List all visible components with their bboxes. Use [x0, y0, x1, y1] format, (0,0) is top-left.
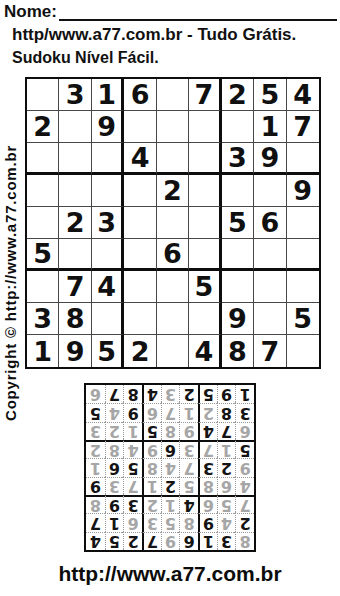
answer-cell-r4c8: 3 [105, 477, 124, 495]
answer-cell-r7c2: 7 [217, 422, 236, 440]
puzzle-cell-r4c2[interactable] [59, 175, 91, 207]
answer-cell-r2c6: 3 [142, 513, 161, 531]
answer-cell-r6c9: 2 [86, 440, 105, 458]
sudoku-puzzle-grid: 316725429174392923565674538951952487 [25, 77, 321, 369]
answer-cell-r7c8: 2 [105, 422, 124, 440]
puzzle-cell-r6c1: 5 [27, 239, 59, 271]
puzzle-cell-r5c9[interactable] [287, 207, 319, 239]
puzzle-cell-r9c2: 9 [59, 335, 91, 367]
answer-cell-r7c1: 6 [235, 422, 254, 440]
answer-cell-r2c2: 4 [217, 513, 236, 531]
puzzle-cell-r4c3[interactable] [92, 175, 124, 207]
answer-cell-r9c1: 1 [235, 385, 254, 403]
name-label: Nome: [4, 2, 57, 22]
puzzle-cell-r8c4[interactable] [124, 303, 156, 335]
puzzle-cell-r4c8[interactable] [254, 175, 286, 207]
answer-cell-r1c9: 4 [86, 532, 105, 550]
puzzle-cell-r2c4[interactable] [124, 111, 156, 143]
answer-cell-r5c5: 4 [161, 458, 180, 476]
answer-cell-r4c6: 1 [142, 477, 161, 495]
puzzle-cell-r3c1[interactable] [27, 143, 59, 175]
answer-cell-r9c3: 5 [198, 385, 217, 403]
puzzle-cell-r8c3[interactable] [92, 303, 124, 335]
puzzle-cell-r9c8: 7 [254, 335, 286, 367]
puzzle-cell-r5c7: 5 [222, 207, 254, 239]
puzzle-cell-r1c9: 4 [287, 79, 319, 111]
answer-cell-r4c4: 5 [179, 477, 198, 495]
answer-cell-r1c3: 1 [198, 532, 217, 550]
puzzle-cell-r3c4: 4 [124, 143, 156, 175]
puzzle-cell-r9c4: 2 [124, 335, 156, 367]
answer-cell-r8c6: 6 [142, 403, 161, 421]
puzzle-cell-r6c6[interactable] [189, 239, 221, 271]
answer-cell-r9c5: 3 [161, 385, 180, 403]
puzzle-cell-r8c7: 9 [222, 303, 254, 335]
answer-cell-r4c9: 9 [86, 477, 105, 495]
puzzle-cell-r5c2: 2 [59, 207, 91, 239]
answer-cell-r1c6: 7 [142, 532, 161, 550]
answer-cell-r1c7: 2 [123, 532, 142, 550]
name-field-row: Nome: [4, 2, 337, 22]
answer-cell-r5c4: 7 [179, 458, 198, 476]
puzzle-cell-r9c5[interactable] [157, 335, 189, 367]
answer-cell-r8c2: 8 [217, 403, 236, 421]
answer-cell-r1c1: 8 [235, 532, 254, 550]
puzzle-cell-r1c4: 6 [124, 79, 156, 111]
answer-cell-r6c8: 8 [105, 440, 124, 458]
answer-cell-r3c1: 7 [235, 495, 254, 513]
answer-cell-r9c2: 9 [217, 385, 236, 403]
answer-cell-r3c9: 8 [86, 495, 105, 513]
answer-cell-r7c6: 5 [142, 422, 161, 440]
answer-cell-r3c6: 2 [142, 495, 161, 513]
answer-cell-r9c4: 2 [179, 385, 198, 403]
answer-cell-r2c5: 5 [161, 513, 180, 531]
puzzle-cell-r3c7: 3 [222, 143, 254, 175]
answer-cell-r4c5: 2 [161, 477, 180, 495]
puzzle-cell-r2c8: 1 [254, 111, 286, 143]
answer-cell-r6c3: 7 [198, 440, 217, 458]
answer-cell-r4c7: 7 [123, 477, 142, 495]
answer-cell-r3c8: 9 [105, 495, 124, 513]
puzzle-cell-r5c1[interactable] [27, 207, 59, 239]
puzzle-cell-r5c3: 3 [92, 207, 124, 239]
answer-cell-r2c9: 7 [86, 513, 105, 531]
puzzle-cell-r6c3[interactable] [92, 239, 124, 271]
puzzle-cell-r9c9[interactable] [287, 335, 319, 367]
answer-cell-r7c4: 9 [179, 422, 198, 440]
puzzle-cell-r7c9[interactable] [287, 271, 319, 303]
answer-cell-r1c2: 3 [217, 532, 236, 550]
puzzle-cell-r8c2: 8 [59, 303, 91, 335]
puzzle-cell-r2c2[interactable] [59, 111, 91, 143]
puzzle-cell-r6c4[interactable] [124, 239, 156, 271]
puzzle-cell-r3c9[interactable] [287, 143, 319, 175]
puzzle-cell-r1c6: 7 [189, 79, 221, 111]
answer-cell-r3c2: 5 [217, 495, 236, 513]
puzzle-cell-r1c1[interactable] [27, 79, 59, 111]
puzzle-cell-r6c5: 6 [157, 239, 189, 271]
puzzle-cell-r3c6[interactable] [189, 143, 221, 175]
answer-cell-r3c7: 3 [123, 495, 142, 513]
answer-cell-r1c8: 5 [105, 532, 124, 550]
puzzle-cell-r1c3: 1 [92, 79, 124, 111]
puzzle-cell-r2c1: 2 [27, 111, 59, 143]
sudoku-answer-key-grid-rotated: 8316972542498536177564123984685217399237… [84, 383, 256, 552]
puzzle-cell-r7c1[interactable] [27, 271, 59, 303]
answer-cell-r6c1: 5 [235, 440, 254, 458]
puzzle-cell-r2c9: 7 [287, 111, 319, 143]
footer-url: http://www.a77.com.br [0, 562, 340, 586]
puzzle-cell-r9c3: 5 [92, 335, 124, 367]
answer-cell-r5c7: 5 [123, 458, 142, 476]
puzzle-cell-r1c8: 5 [254, 79, 286, 111]
answer-cell-r6c2: 1 [217, 440, 236, 458]
answer-cell-r9c9: 6 [86, 385, 105, 403]
answer-cell-r5c1: 9 [235, 458, 254, 476]
puzzle-cell-r6c9[interactable] [287, 239, 319, 271]
puzzle-cell-r8c9: 5 [287, 303, 319, 335]
puzzle-cell-r7c2: 7 [59, 271, 91, 303]
answer-cell-r3c3: 6 [198, 495, 217, 513]
name-blank-line[interactable] [59, 19, 337, 21]
puzzle-cell-r2c6[interactable] [189, 111, 221, 143]
puzzle-cell-r2c5[interactable] [157, 111, 189, 143]
puzzle-cell-r4c1[interactable] [27, 175, 59, 207]
puzzle-cell-r7c5[interactable] [157, 271, 189, 303]
puzzle-cell-r4c9: 9 [287, 175, 319, 207]
puzzle-cell-r7c6: 5 [189, 271, 221, 303]
answer-cell-r5c2: 2 [217, 458, 236, 476]
site-header-text: http/www.a77.com.br - Tudo Grátis. [12, 25, 296, 45]
puzzle-cell-r9c1: 1 [27, 335, 59, 367]
answer-cell-r8c4: 1 [179, 403, 198, 421]
answer-cell-r2c7: 6 [123, 513, 142, 531]
answer-cell-r9c7: 8 [123, 385, 142, 403]
puzzle-cell-r3c3[interactable] [92, 143, 124, 175]
answer-cell-r5c9: 1 [86, 458, 105, 476]
puzzle-cell-r5c6[interactable] [189, 207, 221, 239]
answer-cell-r3c4: 4 [179, 495, 198, 513]
copyright-vertical-text: Copyright © http://www.a77.com.br [2, 145, 19, 421]
puzzle-cell-r8c8[interactable] [254, 303, 286, 335]
puzzle-cell-r4c4[interactable] [124, 175, 156, 207]
answer-cell-r9c8: 7 [105, 385, 124, 403]
puzzle-cell-r5c4[interactable] [124, 207, 156, 239]
answer-cell-r5c8: 6 [105, 458, 124, 476]
answer-cell-r7c7: 1 [123, 422, 142, 440]
answer-cell-r7c9: 3 [86, 422, 105, 440]
puzzle-cell-r3c5[interactable] [157, 143, 189, 175]
puzzle-cell-r8c5[interactable] [157, 303, 189, 335]
answer-cell-r8c5: 7 [161, 403, 180, 421]
answer-cell-r8c8: 4 [105, 403, 124, 421]
answer-cell-r3c5: 1 [161, 495, 180, 513]
puzzle-cell-r6c7[interactable] [222, 239, 254, 271]
puzzle-cell-r7c8[interactable] [254, 271, 286, 303]
puzzle-cell-r5c5[interactable] [157, 207, 189, 239]
answer-cell-r4c2: 6 [217, 477, 236, 495]
puzzle-cell-r5c8: 6 [254, 207, 286, 239]
puzzle-cell-r1c7: 2 [222, 79, 254, 111]
puzzle-cell-r4c5: 2 [157, 175, 189, 207]
puzzle-cell-r2c3: 9 [92, 111, 124, 143]
answer-cell-r5c3: 3 [198, 458, 217, 476]
puzzle-cell-r3c8: 9 [254, 143, 286, 175]
puzzle-cell-r3c2[interactable] [59, 143, 91, 175]
puzzle-cell-r4c7[interactable] [222, 175, 254, 207]
puzzle-cell-r9c6: 4 [189, 335, 221, 367]
answer-cell-r6c7: 4 [123, 440, 142, 458]
puzzle-cell-r6c8[interactable] [254, 239, 286, 271]
answer-cell-r7c3: 4 [198, 422, 217, 440]
puzzle-cell-r4c6[interactable] [189, 175, 221, 207]
puzzle-cell-r7c4[interactable] [124, 271, 156, 303]
puzzle-cell-r9c7: 8 [222, 335, 254, 367]
puzzle-cell-r7c3: 4 [92, 271, 124, 303]
answer-cell-r6c5: 6 [161, 440, 180, 458]
answer-cell-r9c6: 4 [142, 385, 161, 403]
puzzle-cell-r1c2: 3 [59, 79, 91, 111]
answer-cell-r1c4: 6 [179, 532, 198, 550]
answer-cell-r2c4: 8 [179, 513, 198, 531]
puzzle-cell-r7c7[interactable] [222, 271, 254, 303]
puzzle-cell-r8c1: 3 [27, 303, 59, 335]
answer-cell-r8c3: 2 [198, 403, 217, 421]
answer-cell-r8c9: 5 [86, 403, 105, 421]
answer-cell-r2c1: 2 [235, 513, 254, 531]
answer-cell-r2c3: 9 [198, 513, 217, 531]
puzzle-cell-r6c2[interactable] [59, 239, 91, 271]
puzzle-level-title: Sudoku Nível Fácil. [12, 49, 159, 67]
answer-cell-r7c5: 8 [161, 422, 180, 440]
puzzle-cell-r1c5[interactable] [157, 79, 189, 111]
answer-cell-r4c3: 8 [198, 477, 217, 495]
answer-cell-r5c6: 8 [142, 458, 161, 476]
puzzle-cell-r2c7[interactable] [222, 111, 254, 143]
answer-cell-r6c4: 3 [179, 440, 198, 458]
answer-cell-r6c6: 9 [142, 440, 161, 458]
answer-cell-r1c5: 9 [161, 532, 180, 550]
answer-cell-r8c7: 9 [123, 403, 142, 421]
answer-cell-r2c8: 1 [105, 513, 124, 531]
puzzle-cell-r8c6[interactable] [189, 303, 221, 335]
answer-cell-r4c1: 4 [235, 477, 254, 495]
answer-cell-r8c1: 3 [235, 403, 254, 421]
